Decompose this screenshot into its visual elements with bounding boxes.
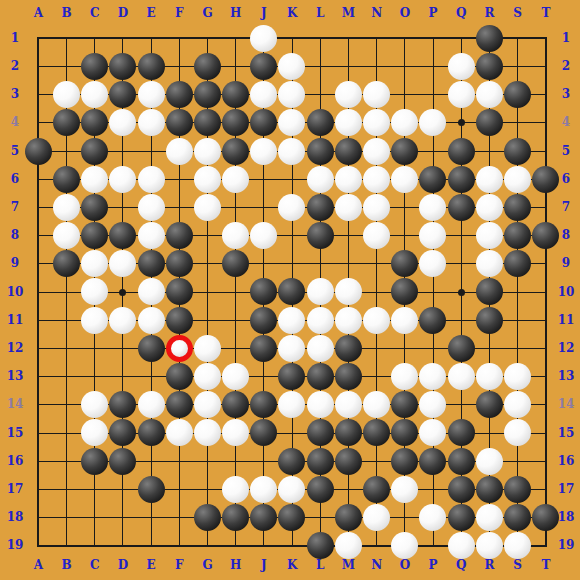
intersection-O16[interactable] (391, 447, 419, 475)
intersection-R1[interactable] (475, 24, 503, 52)
intersection-B12[interactable] (52, 334, 80, 362)
intersection-S7[interactable] (503, 193, 531, 221)
intersection-C6[interactable] (81, 165, 109, 193)
intersection-E7[interactable] (137, 193, 165, 221)
intersection-O6[interactable] (391, 165, 419, 193)
intersection-N17[interactable] (362, 475, 390, 503)
intersection-G2[interactable] (193, 52, 221, 80)
intersection-O14[interactable] (391, 391, 419, 419)
intersection-O9[interactable] (391, 250, 419, 278)
intersection-K14[interactable] (278, 391, 306, 419)
intersection-G12[interactable] (193, 334, 221, 362)
intersection-R12[interactable] (475, 334, 503, 362)
intersection-D9[interactable] (109, 250, 137, 278)
intersection-O4[interactable] (391, 109, 419, 137)
intersection-R17[interactable] (475, 475, 503, 503)
intersection-N3[interactable] (362, 81, 390, 109)
intersection-E5[interactable] (137, 137, 165, 165)
intersection-H6[interactable] (222, 165, 250, 193)
intersection-M10[interactable] (334, 278, 362, 306)
intersection-F13[interactable] (165, 362, 193, 390)
intersection-F6[interactable] (165, 165, 193, 193)
intersection-B19[interactable] (52, 532, 80, 560)
intersection-O3[interactable] (391, 81, 419, 109)
intersection-Q18[interactable] (447, 503, 475, 531)
intersection-B8[interactable] (52, 222, 80, 250)
intersection-K4[interactable] (278, 109, 306, 137)
intersection-J1[interactable] (250, 24, 278, 52)
intersection-P1[interactable] (419, 24, 447, 52)
intersection-G4[interactable] (193, 109, 221, 137)
intersection-R6[interactable] (475, 165, 503, 193)
intersection-F18[interactable] (165, 503, 193, 531)
intersection-C19[interactable] (81, 532, 109, 560)
intersection-Q7[interactable] (447, 193, 475, 221)
intersection-B17[interactable] (52, 475, 80, 503)
intersection-P9[interactable] (419, 250, 447, 278)
intersection-Q1[interactable] (447, 24, 475, 52)
intersection-N11[interactable] (362, 306, 390, 334)
intersection-Q3[interactable] (447, 81, 475, 109)
intersection-C14[interactable] (81, 391, 109, 419)
intersection-Q16[interactable] (447, 447, 475, 475)
intersection-F15[interactable] (165, 419, 193, 447)
intersection-L15[interactable] (306, 419, 334, 447)
intersection-B2[interactable] (52, 52, 80, 80)
intersection-F14[interactable] (165, 391, 193, 419)
intersection-M4[interactable] (334, 109, 362, 137)
intersection-O8[interactable] (391, 222, 419, 250)
intersection-R15[interactable] (475, 419, 503, 447)
intersection-Q4[interactable] (447, 109, 475, 137)
intersection-M9[interactable] (334, 250, 362, 278)
intersection-P11[interactable] (419, 306, 447, 334)
intersection-K8[interactable] (278, 222, 306, 250)
intersection-K7[interactable] (278, 193, 306, 221)
intersection-S15[interactable] (503, 419, 531, 447)
intersection-A10[interactable] (24, 278, 52, 306)
intersection-L7[interactable] (306, 193, 334, 221)
intersection-J17[interactable] (250, 475, 278, 503)
intersection-N12[interactable] (362, 334, 390, 362)
intersection-R18[interactable] (475, 503, 503, 531)
intersection-J18[interactable] (250, 503, 278, 531)
intersection-Q8[interactable] (447, 222, 475, 250)
intersection-K2[interactable] (278, 52, 306, 80)
intersection-S12[interactable] (503, 334, 531, 362)
intersection-F16[interactable] (165, 447, 193, 475)
intersection-L17[interactable] (306, 475, 334, 503)
intersection-M1[interactable] (334, 24, 362, 52)
intersection-Q15[interactable] (447, 419, 475, 447)
intersection-H2[interactable] (222, 52, 250, 80)
intersection-G16[interactable] (193, 447, 221, 475)
intersection-E17[interactable] (137, 475, 165, 503)
intersection-L11[interactable] (306, 306, 334, 334)
intersection-F7[interactable] (165, 193, 193, 221)
intersection-K3[interactable] (278, 81, 306, 109)
intersection-R14[interactable] (475, 391, 503, 419)
intersection-F2[interactable] (165, 52, 193, 80)
intersection-A1[interactable] (24, 24, 52, 52)
intersection-B13[interactable] (52, 362, 80, 390)
intersection-R8[interactable] (475, 222, 503, 250)
intersection-H11[interactable] (222, 306, 250, 334)
intersection-P12[interactable] (419, 334, 447, 362)
intersection-F4[interactable] (165, 109, 193, 137)
intersection-D6[interactable] (109, 165, 137, 193)
intersection-P5[interactable] (419, 137, 447, 165)
intersection-L3[interactable] (306, 81, 334, 109)
intersection-Q2[interactable] (447, 52, 475, 80)
intersection-G5[interactable] (193, 137, 221, 165)
intersection-E18[interactable] (137, 503, 165, 531)
intersection-M11[interactable] (334, 306, 362, 334)
intersection-R16[interactable] (475, 447, 503, 475)
intersection-G18[interactable] (193, 503, 221, 531)
intersection-O17[interactable] (391, 475, 419, 503)
intersection-A18[interactable] (24, 503, 52, 531)
intersection-M14[interactable] (334, 391, 362, 419)
intersection-P6[interactable] (419, 165, 447, 193)
intersection-H13[interactable] (222, 362, 250, 390)
intersection-S3[interactable] (503, 81, 531, 109)
intersection-A19[interactable] (24, 532, 52, 560)
intersection-Q12[interactable] (447, 334, 475, 362)
intersection-L19[interactable] (306, 532, 334, 560)
intersection-M13[interactable] (334, 362, 362, 390)
intersection-H8[interactable] (222, 222, 250, 250)
intersection-N2[interactable] (362, 52, 390, 80)
intersection-E9[interactable] (137, 250, 165, 278)
intersection-F9[interactable] (165, 250, 193, 278)
intersection-J5[interactable] (250, 137, 278, 165)
intersection-D3[interactable] (109, 81, 137, 109)
intersection-O11[interactable] (391, 306, 419, 334)
intersection-R7[interactable] (475, 193, 503, 221)
intersection-C13[interactable] (81, 362, 109, 390)
intersection-A6[interactable] (24, 165, 52, 193)
intersection-C17[interactable] (81, 475, 109, 503)
intersection-A16[interactable] (24, 447, 52, 475)
intersection-F17[interactable] (165, 475, 193, 503)
intersection-D11[interactable] (109, 306, 137, 334)
intersection-S2[interactable] (503, 52, 531, 80)
intersection-N16[interactable] (362, 447, 390, 475)
intersection-D1[interactable] (109, 24, 137, 52)
intersection-F11[interactable] (165, 306, 193, 334)
intersection-D12[interactable] (109, 334, 137, 362)
intersection-P8[interactable] (419, 222, 447, 250)
intersection-H3[interactable] (222, 81, 250, 109)
intersection-J11[interactable] (250, 306, 278, 334)
intersection-D2[interactable] (109, 52, 137, 80)
intersection-S19[interactable] (503, 532, 531, 560)
intersection-S6[interactable] (503, 165, 531, 193)
intersection-N10[interactable] (362, 278, 390, 306)
intersection-O5[interactable] (391, 137, 419, 165)
intersection-L2[interactable] (306, 52, 334, 80)
intersection-J19[interactable] (250, 532, 278, 560)
intersection-A4[interactable] (24, 109, 52, 137)
intersection-Q17[interactable] (447, 475, 475, 503)
intersection-K12[interactable] (278, 334, 306, 362)
intersection-N19[interactable] (362, 532, 390, 560)
intersection-P3[interactable] (419, 81, 447, 109)
intersection-L12[interactable] (306, 334, 334, 362)
intersection-E15[interactable] (137, 419, 165, 447)
intersection-Q14[interactable] (447, 391, 475, 419)
intersection-M7[interactable] (334, 193, 362, 221)
intersection-M16[interactable] (334, 447, 362, 475)
intersection-A12[interactable] (24, 334, 52, 362)
intersection-A2[interactable] (24, 52, 52, 80)
intersection-H7[interactable] (222, 193, 250, 221)
intersection-D19[interactable] (109, 532, 137, 560)
intersection-P4[interactable] (419, 109, 447, 137)
intersection-E3[interactable] (137, 81, 165, 109)
intersection-R19[interactable] (475, 532, 503, 560)
intersection-C18[interactable] (81, 503, 109, 531)
intersection-B1[interactable] (52, 24, 80, 52)
intersection-S4[interactable] (503, 109, 531, 137)
intersection-H19[interactable] (222, 532, 250, 560)
intersection-L10[interactable] (306, 278, 334, 306)
intersection-N6[interactable] (362, 165, 390, 193)
intersection-P17[interactable] (419, 475, 447, 503)
intersection-M5[interactable] (334, 137, 362, 165)
intersection-N14[interactable] (362, 391, 390, 419)
intersection-C15[interactable] (81, 419, 109, 447)
intersection-E12[interactable] (137, 334, 165, 362)
intersection-S17[interactable] (503, 475, 531, 503)
intersection-L5[interactable] (306, 137, 334, 165)
intersection-G15[interactable] (193, 419, 221, 447)
intersection-E19[interactable] (137, 532, 165, 560)
intersection-C16[interactable] (81, 447, 109, 475)
intersection-N5[interactable] (362, 137, 390, 165)
intersection-J15[interactable] (250, 419, 278, 447)
intersection-J7[interactable] (250, 193, 278, 221)
intersection-G13[interactable] (193, 362, 221, 390)
intersection-N1[interactable] (362, 24, 390, 52)
intersection-H18[interactable] (222, 503, 250, 531)
intersection-A11[interactable] (24, 306, 52, 334)
intersection-Q5[interactable] (447, 137, 475, 165)
intersection-J4[interactable] (250, 109, 278, 137)
intersection-B16[interactable] (52, 447, 80, 475)
intersection-O2[interactable] (391, 52, 419, 80)
intersection-H14[interactable] (222, 391, 250, 419)
intersection-C11[interactable] (81, 306, 109, 334)
intersection-P10[interactable] (419, 278, 447, 306)
intersection-A14[interactable] (24, 391, 52, 419)
intersection-K15[interactable] (278, 419, 306, 447)
intersection-G6[interactable] (193, 165, 221, 193)
intersection-E13[interactable] (137, 362, 165, 390)
intersection-E1[interactable] (137, 24, 165, 52)
intersection-H12[interactable] (222, 334, 250, 362)
intersection-J16[interactable] (250, 447, 278, 475)
intersection-M6[interactable] (334, 165, 362, 193)
intersection-B5[interactable] (52, 137, 80, 165)
intersection-L16[interactable] (306, 447, 334, 475)
intersection-F1[interactable] (165, 24, 193, 52)
intersection-E4[interactable] (137, 109, 165, 137)
intersection-P16[interactable] (419, 447, 447, 475)
intersection-A3[interactable] (24, 81, 52, 109)
intersection-H17[interactable] (222, 475, 250, 503)
intersection-H1[interactable] (222, 24, 250, 52)
intersection-J9[interactable] (250, 250, 278, 278)
intersection-G3[interactable] (193, 81, 221, 109)
intersection-D4[interactable] (109, 109, 137, 137)
intersection-M2[interactable] (334, 52, 362, 80)
intersection-S14[interactable] (503, 391, 531, 419)
intersection-K19[interactable] (278, 532, 306, 560)
intersection-K18[interactable] (278, 503, 306, 531)
intersection-C5[interactable] (81, 137, 109, 165)
intersection-F19[interactable] (165, 532, 193, 560)
intersection-L8[interactable] (306, 222, 334, 250)
intersection-B10[interactable] (52, 278, 80, 306)
intersection-F10[interactable] (165, 278, 193, 306)
intersection-F3[interactable] (165, 81, 193, 109)
intersection-R11[interactable] (475, 306, 503, 334)
intersection-P13[interactable] (419, 362, 447, 390)
intersection-E8[interactable] (137, 222, 165, 250)
intersection-S10[interactable] (503, 278, 531, 306)
intersection-R2[interactable] (475, 52, 503, 80)
intersection-K13[interactable] (278, 362, 306, 390)
intersection-M18[interactable] (334, 503, 362, 531)
intersection-S18[interactable] (503, 503, 531, 531)
intersection-K5[interactable] (278, 137, 306, 165)
intersection-A13[interactable] (24, 362, 52, 390)
intersection-F5[interactable] (165, 137, 193, 165)
intersection-Q11[interactable] (447, 306, 475, 334)
intersection-E10[interactable] (137, 278, 165, 306)
intersection-D7[interactable] (109, 193, 137, 221)
intersection-G7[interactable] (193, 193, 221, 221)
intersection-B4[interactable] (52, 109, 80, 137)
intersection-B14[interactable] (52, 391, 80, 419)
intersection-O15[interactable] (391, 419, 419, 447)
intersection-S11[interactable] (503, 306, 531, 334)
intersection-E11[interactable] (137, 306, 165, 334)
intersection-B6[interactable] (52, 165, 80, 193)
intersection-E16[interactable] (137, 447, 165, 475)
intersection-G19[interactable] (193, 532, 221, 560)
intersection-C3[interactable] (81, 81, 109, 109)
intersection-G17[interactable] (193, 475, 221, 503)
intersection-O10[interactable] (391, 278, 419, 306)
intersection-O19[interactable] (391, 532, 419, 560)
intersection-K10[interactable] (278, 278, 306, 306)
intersection-J14[interactable] (250, 391, 278, 419)
intersection-S8[interactable] (503, 222, 531, 250)
intersection-H9[interactable] (222, 250, 250, 278)
intersection-L1[interactable] (306, 24, 334, 52)
intersection-L14[interactable] (306, 391, 334, 419)
intersection-L4[interactable] (306, 109, 334, 137)
intersection-J12[interactable] (250, 334, 278, 362)
intersection-A7[interactable] (24, 193, 52, 221)
intersection-G9[interactable] (193, 250, 221, 278)
intersection-L9[interactable] (306, 250, 334, 278)
intersection-P15[interactable] (419, 419, 447, 447)
intersection-G1[interactable] (193, 24, 221, 52)
intersection-K1[interactable] (278, 24, 306, 52)
intersection-A8[interactable] (24, 222, 52, 250)
intersection-Q13[interactable] (447, 362, 475, 390)
intersection-N8[interactable] (362, 222, 390, 250)
intersection-S9[interactable] (503, 250, 531, 278)
intersection-N15[interactable] (362, 419, 390, 447)
intersection-G11[interactable] (193, 306, 221, 334)
intersection-H5[interactable] (222, 137, 250, 165)
intersection-J13[interactable] (250, 362, 278, 390)
intersection-N9[interactable] (362, 250, 390, 278)
intersection-D8[interactable] (109, 222, 137, 250)
intersection-P18[interactable] (419, 503, 447, 531)
intersection-J6[interactable] (250, 165, 278, 193)
intersection-R3[interactable] (475, 81, 503, 109)
intersection-D17[interactable] (109, 475, 137, 503)
intersection-G14[interactable] (193, 391, 221, 419)
intersection-Q6[interactable] (447, 165, 475, 193)
intersection-F12[interactable] (165, 334, 193, 362)
intersection-P19[interactable] (419, 532, 447, 560)
intersection-C8[interactable] (81, 222, 109, 250)
intersection-G8[interactable] (193, 222, 221, 250)
intersection-D16[interactable] (109, 447, 137, 475)
intersection-H4[interactable] (222, 109, 250, 137)
intersection-K9[interactable] (278, 250, 306, 278)
intersection-R13[interactable] (475, 362, 503, 390)
intersection-B15[interactable] (52, 419, 80, 447)
intersection-R10[interactable] (475, 278, 503, 306)
intersection-B3[interactable] (52, 81, 80, 109)
intersection-C12[interactable] (81, 334, 109, 362)
intersection-H15[interactable] (222, 419, 250, 447)
intersection-A15[interactable] (24, 419, 52, 447)
intersection-A5[interactable] (24, 137, 52, 165)
intersection-Q10[interactable] (447, 278, 475, 306)
intersection-C10[interactable] (81, 278, 109, 306)
intersection-J3[interactable] (250, 81, 278, 109)
intersection-R9[interactable] (475, 250, 503, 278)
intersection-F8[interactable] (165, 222, 193, 250)
intersection-M15[interactable] (334, 419, 362, 447)
intersection-O1[interactable] (391, 24, 419, 52)
intersection-E14[interactable] (137, 391, 165, 419)
intersection-H10[interactable] (222, 278, 250, 306)
intersection-C9[interactable] (81, 250, 109, 278)
intersection-P7[interactable] (419, 193, 447, 221)
intersection-J2[interactable] (250, 52, 278, 80)
intersection-K16[interactable] (278, 447, 306, 475)
intersection-S13[interactable] (503, 362, 531, 390)
intersection-C2[interactable] (81, 52, 109, 80)
intersection-N13[interactable] (362, 362, 390, 390)
intersection-B11[interactable] (52, 306, 80, 334)
intersection-C1[interactable] (81, 24, 109, 52)
intersection-N18[interactable] (362, 503, 390, 531)
intersection-D15[interactable] (109, 419, 137, 447)
intersection-K17[interactable] (278, 475, 306, 503)
intersection-M12[interactable] (334, 334, 362, 362)
